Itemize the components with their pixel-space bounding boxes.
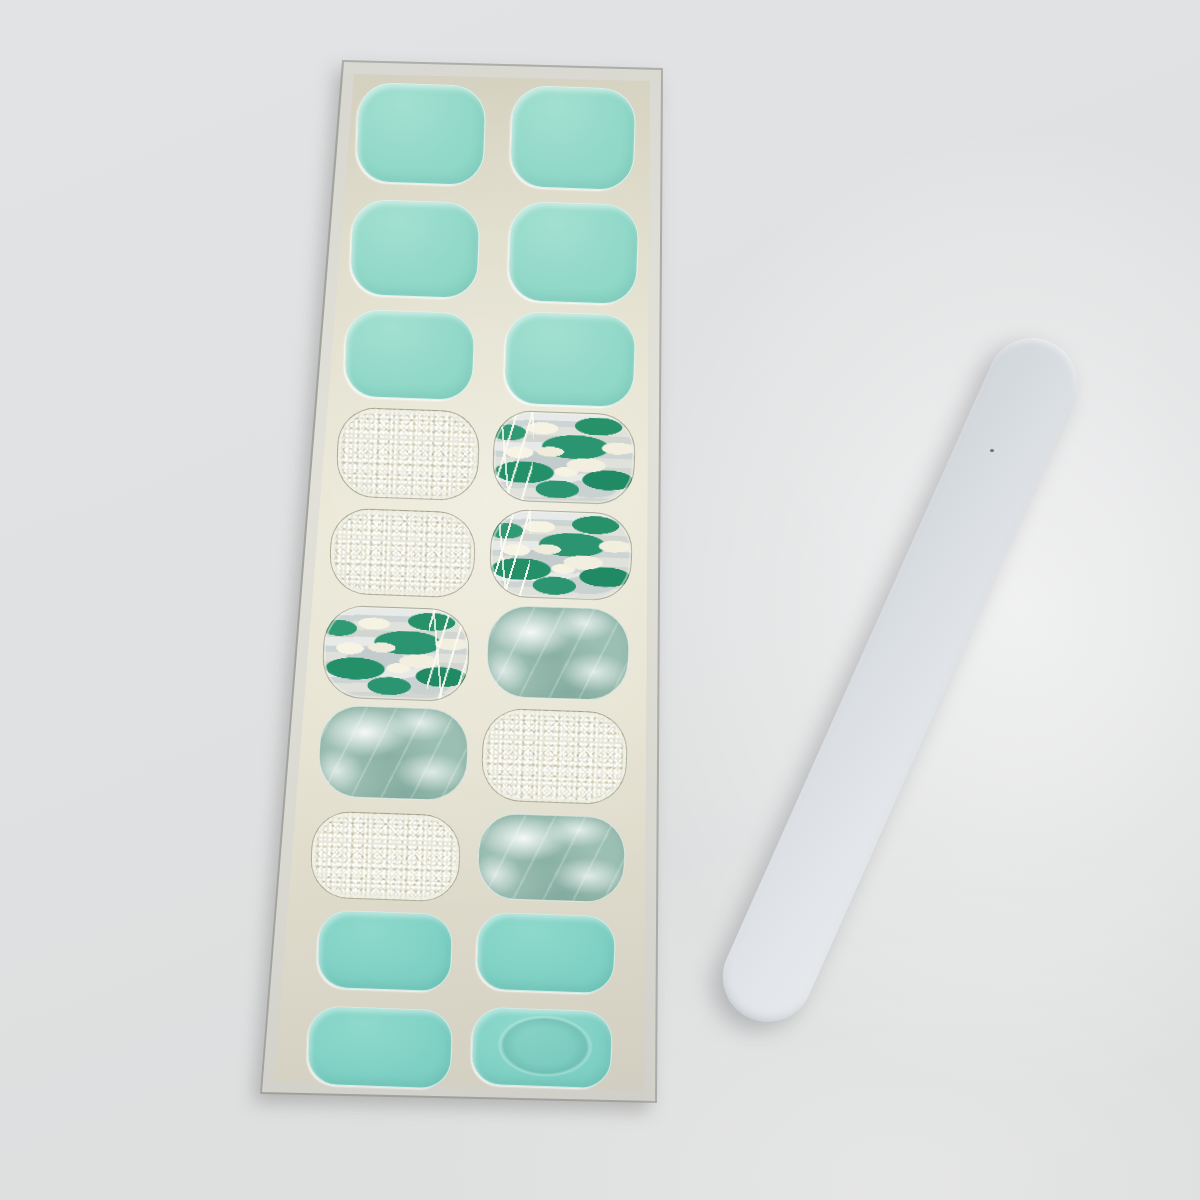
nail-file bbox=[708, 324, 1091, 1037]
nail-file-group bbox=[0, 0, 1200, 1200]
file-speck bbox=[990, 449, 994, 452]
photo-scene bbox=[0, 0, 1200, 1200]
